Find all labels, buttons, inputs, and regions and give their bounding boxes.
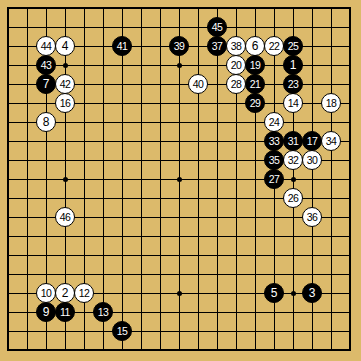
stone-white-44: 44 xyxy=(36,36,56,56)
stone-white-18: 18 xyxy=(321,93,341,113)
stone-white-8: 8 xyxy=(36,112,56,132)
stone-white-34: 34 xyxy=(321,131,341,151)
grid-line-v-18 xyxy=(331,8,332,351)
stone-white-10: 10 xyxy=(36,283,56,303)
stone-white-32: 32 xyxy=(283,150,303,170)
stone-white-14: 14 xyxy=(283,93,303,113)
stone-black-25: 25 xyxy=(283,36,303,56)
stone-white-6: 6 xyxy=(245,36,265,56)
stone-white-22: 22 xyxy=(264,36,284,56)
star-point-10-4 xyxy=(177,63,182,68)
stone-black-17: 17 xyxy=(302,131,322,151)
stone-white-28: 28 xyxy=(226,74,246,94)
stone-black-13: 13 xyxy=(93,302,113,322)
stone-black-23: 23 xyxy=(283,74,303,94)
stone-black-45: 45 xyxy=(207,17,227,37)
stone-white-12: 12 xyxy=(74,283,94,303)
stone-white-26: 26 xyxy=(283,188,303,208)
stone-white-20: 20 xyxy=(226,55,246,75)
stone-black-15: 15 xyxy=(112,321,132,341)
stone-black-33: 33 xyxy=(264,131,284,151)
stone-white-4: 4 xyxy=(55,36,75,56)
star-point-16-10 xyxy=(291,177,296,182)
grid-line-h-15 xyxy=(8,274,351,275)
grid-line-v-12 xyxy=(217,8,218,351)
star-point-16-16 xyxy=(291,291,296,296)
stone-black-1: 1 xyxy=(283,55,303,75)
stone-black-3: 3 xyxy=(302,283,322,303)
stone-black-7: 7 xyxy=(36,74,56,94)
star-point-4-10 xyxy=(63,177,68,182)
go-board: 1234567891011121314151617181920212223242… xyxy=(0,0,361,361)
star-point-10-16 xyxy=(177,291,182,296)
grid-line-h-14 xyxy=(8,255,351,256)
grid-line-h-19 xyxy=(7,349,351,351)
stone-black-31: 31 xyxy=(283,131,303,151)
stone-white-24: 24 xyxy=(264,112,284,132)
stone-black-27: 27 xyxy=(264,169,284,189)
stone-black-29: 29 xyxy=(245,93,265,113)
stone-black-37: 37 xyxy=(207,36,227,56)
star-point-4-4 xyxy=(63,63,68,68)
stone-white-30: 30 xyxy=(302,150,322,170)
stone-black-41: 41 xyxy=(112,36,132,56)
stone-black-35: 35 xyxy=(264,150,284,170)
grid-line-v-11 xyxy=(198,8,199,351)
grid-line-h-13 xyxy=(8,236,351,237)
stone-black-5: 5 xyxy=(264,283,284,303)
stone-white-46: 46 xyxy=(55,207,75,227)
stone-black-19: 19 xyxy=(245,55,265,75)
grid-line-v-19 xyxy=(349,7,351,351)
stone-black-11: 11 xyxy=(55,302,75,322)
stone-white-42: 42 xyxy=(55,74,75,94)
grid-line-h-18 xyxy=(8,331,351,332)
stone-black-21: 21 xyxy=(245,74,265,94)
stone-white-36: 36 xyxy=(302,207,322,227)
stone-black-43: 43 xyxy=(36,55,56,75)
stone-black-39: 39 xyxy=(169,36,189,56)
star-point-10-10 xyxy=(177,177,182,182)
stone-white-40: 40 xyxy=(188,74,208,94)
stone-white-16: 16 xyxy=(55,93,75,113)
stone-white-38: 38 xyxy=(226,36,246,56)
stone-white-2: 2 xyxy=(55,283,75,303)
stone-black-9: 9 xyxy=(36,302,56,322)
